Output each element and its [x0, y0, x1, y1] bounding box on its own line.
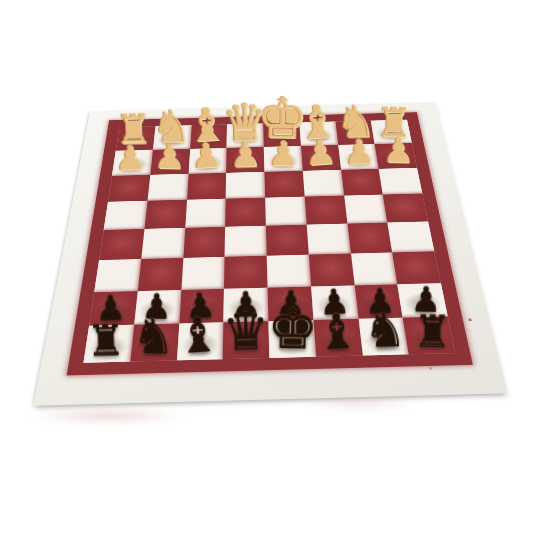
square-r3c7[interactable] [341, 169, 383, 196]
square-r3c6[interactable] [303, 170, 344, 197]
square-r5c2[interactable] [141, 228, 185, 259]
square-r2c6[interactable]: ♟ [301, 145, 341, 171]
square-r5c1[interactable] [99, 229, 144, 260]
square-r4c6[interactable] [304, 196, 347, 225]
square-r4c2[interactable] [144, 200, 186, 229]
square-r8c4[interactable]: ♛ [223, 321, 269, 359]
square-r5c4[interactable] [225, 226, 267, 257]
black-rook: ♜ [413, 311, 453, 353]
white-pawn: ♟ [154, 140, 186, 173]
white-pawn: ♟ [268, 137, 300, 170]
white-pawn: ♟ [382, 134, 414, 167]
square-r2c2[interactable]: ♟ [150, 149, 190, 175]
square-r3c2[interactable] [147, 174, 188, 201]
white-pawn: ♟ [304, 136, 337, 171]
checkerboard: ♜♞♝♛♚♝♞♜♟♟♟♟♟♟♟♟♟♟♟♟♟♟♟♟♜♞♝♛♚♝♞♜ [83, 120, 455, 363]
square-r4c3[interactable] [185, 199, 226, 228]
square-r3c8[interactable] [379, 168, 423, 195]
square-r5c7[interactable] [347, 223, 392, 254]
square-r8c1[interactable]: ♜ [83, 325, 133, 363]
square-r5c3[interactable] [183, 227, 225, 258]
square-r2c8[interactable]: ♟ [375, 143, 417, 169]
square-r4c8[interactable] [383, 194, 428, 223]
square-r5c8[interactable] [388, 221, 435, 252]
square-r2c4[interactable]: ♟ [226, 147, 264, 173]
square-r2c7[interactable]: ♟ [338, 144, 379, 170]
square-r8c2[interactable]: ♞ [130, 324, 179, 362]
white-pawn: ♟ [229, 138, 261, 172]
white-pawn: ♟ [343, 135, 375, 169]
board-border: ♜♞♝♛♚♝♞♜♟♟♟♟♟♟♟♟♟♟♟♟♟♟♟♟♜♞♝♛♚♝♞♜ [67, 112, 473, 375]
black-queen: ♛ [221, 307, 269, 358]
black-bishop: ♝ [175, 312, 221, 360]
square-r3c5[interactable] [264, 171, 304, 198]
square-r8c6[interactable]: ♝ [313, 319, 362, 357]
white-pawn: ♟ [190, 139, 223, 174]
paint-speck [468, 318, 472, 321]
black-knight: ♞ [132, 314, 176, 360]
square-r5c6[interactable] [306, 224, 350, 255]
square-r3c1[interactable] [108, 175, 150, 202]
square-r8c5[interactable]: ♚ [268, 320, 315, 358]
board-tile: ♜♞♝♛♚♝♞♜♟♟♟♟♟♟♟♟♟♟♟♟♟♟♟♟♜♞♝♛♚♝♞♜ [33, 102, 508, 406]
square-r5c5[interactable] [266, 225, 309, 256]
square-r3c3[interactable] [187, 173, 227, 200]
square-r4c7[interactable] [344, 195, 388, 224]
square-r4c5[interactable] [265, 197, 306, 226]
square-r4c1[interactable] [104, 201, 148, 230]
square-r2c5[interactable]: ♟ [264, 146, 303, 172]
black-knight: ♞ [363, 308, 407, 355]
black-bishop: ♝ [314, 308, 360, 356]
photo-background: ♜♞♝♛♚♝♞♜♟♟♟♟♟♟♟♟♟♟♟♟♟♟♟♟♜♞♝♛♚♝♞♜ [0, 0, 533, 533]
black-king: ♚ [267, 302, 319, 357]
square-r8c7[interactable]: ♞ [358, 318, 409, 356]
paint-speck [429, 367, 432, 370]
square-r8c8[interactable]: ♜ [403, 317, 455, 355]
square-r8c3[interactable]: ♝ [176, 323, 223, 361]
square-r2c1[interactable]: ♟ [112, 150, 153, 176]
square-r2c3[interactable]: ♟ [188, 148, 227, 174]
square-r3c4[interactable] [226, 172, 265, 199]
paint-smudge [300, 398, 420, 410]
paint-smudge [28, 408, 188, 424]
white-pawn: ♟ [115, 141, 147, 175]
black-rook: ♜ [86, 320, 126, 362]
square-r4c4[interactable] [225, 198, 266, 227]
